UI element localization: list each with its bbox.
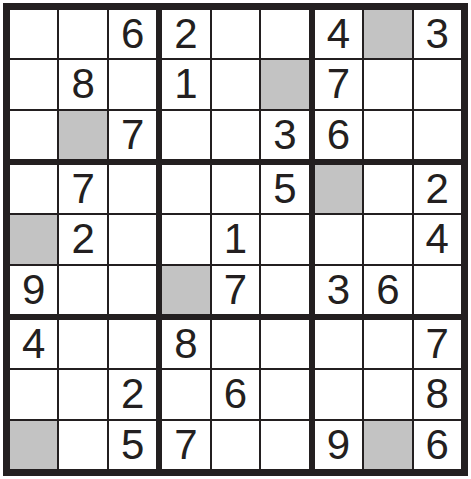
cell-r6c2[interactable] [59,266,106,314]
cell-r6c9[interactable] [414,266,461,314]
cell-r2c1[interactable] [10,60,57,108]
cell-r1c1[interactable] [10,10,57,58]
cell-r9c3[interactable]: 5 [109,421,156,469]
cell-r5c7[interactable] [315,215,362,263]
cell-r3c2-shaded[interactable] [59,111,106,159]
cell-r7c1[interactable]: 4 [10,320,57,368]
cell-r1c9[interactable]: 3 [414,10,461,58]
cell-r1c4[interactable]: 2 [162,10,209,58]
cell-r7c6[interactable] [261,320,308,368]
cell-r6c8[interactable]: 6 [364,266,411,314]
cell-r9c4[interactable]: 7 [162,421,209,469]
cell-r4c1[interactable] [10,165,57,213]
cell-r4c6[interactable]: 5 [261,165,308,213]
cell-r8c6[interactable] [261,370,308,418]
cell-r7c4[interactable]: 8 [162,320,209,368]
cell-r2c8[interactable] [364,60,411,108]
cell-r5c5[interactable]: 1 [212,215,259,263]
cell-r9c7[interactable]: 9 [315,421,362,469]
cell-r5c8[interactable] [364,215,411,263]
cell-r4c4[interactable] [162,165,209,213]
cell-r2c2[interactable]: 8 [59,60,106,108]
cell-r9c1-shaded[interactable] [10,421,57,469]
cell-r4c3[interactable] [109,165,156,213]
cell-r7c9[interactable]: 7 [414,320,461,368]
cell-r2c9[interactable] [414,60,461,108]
cell-r8c5[interactable]: 6 [212,370,259,418]
cell-r3c9[interactable] [414,111,461,159]
cell-r8c3[interactable]: 2 [109,370,156,418]
cell-r5c1-shaded[interactable] [10,215,57,263]
cell-r9c6[interactable] [261,421,308,469]
sudoku-board: 624381773675221497364872685796 [3,3,468,476]
cell-r7c3[interactable] [109,320,156,368]
cell-r7c8[interactable] [364,320,411,368]
cell-r6c7[interactable]: 3 [315,266,362,314]
cell-r3c5[interactable] [212,111,259,159]
cell-r8c7[interactable] [315,370,362,418]
cell-r6c5[interactable]: 7 [212,266,259,314]
cell-r4c2[interactable]: 7 [59,165,106,213]
cell-r7c5[interactable] [212,320,259,368]
cell-r8c8[interactable] [364,370,411,418]
cell-r6c3[interactable] [109,266,156,314]
cell-r1c7[interactable]: 4 [315,10,362,58]
cell-r6c4-shaded[interactable] [162,266,209,314]
cell-r5c2[interactable]: 2 [59,215,106,263]
cell-r3c1[interactable] [10,111,57,159]
cell-r2c3[interactable] [109,60,156,108]
cell-r3c3[interactable]: 7 [109,111,156,159]
cell-r7c7[interactable] [315,320,362,368]
sudoku-page: 624381773675221497364872685796 [0,0,471,479]
cell-r3c8[interactable] [364,111,411,159]
cell-r6c6[interactable] [261,266,308,314]
cell-r7c2[interactable] [59,320,106,368]
cell-r2c7[interactable]: 7 [315,60,362,108]
cell-r5c4[interactable] [162,215,209,263]
cell-r5c6[interactable] [261,215,308,263]
cell-r4c7-shaded[interactable] [315,165,362,213]
cell-r3c6[interactable]: 3 [261,111,308,159]
cell-r1c5[interactable] [212,10,259,58]
cell-r9c5[interactable] [212,421,259,469]
cell-r5c9[interactable]: 4 [414,215,461,263]
cell-r4c8[interactable] [364,165,411,213]
cell-r6c1[interactable]: 9 [10,266,57,314]
cell-r8c1[interactable] [10,370,57,418]
cell-r4c9[interactable]: 2 [414,165,461,213]
cell-r1c2[interactable] [59,10,106,58]
cell-r1c6[interactable] [261,10,308,58]
cell-r2c4[interactable]: 1 [162,60,209,108]
cell-r3c7[interactable]: 6 [315,111,362,159]
cell-r9c8-shaded[interactable] [364,421,411,469]
cell-r9c2[interactable] [59,421,106,469]
cell-r8c2[interactable] [59,370,106,418]
cell-r1c3[interactable]: 6 [109,10,156,58]
cell-r8c4[interactable] [162,370,209,418]
cell-r8c9[interactable]: 8 [414,370,461,418]
cell-r2c6-shaded[interactable] [261,60,308,108]
cell-r2c5[interactable] [212,60,259,108]
cell-r5c3[interactable] [109,215,156,263]
cell-r3c4[interactable] [162,111,209,159]
cell-r1c8-shaded[interactable] [364,10,411,58]
cell-r4c5[interactable] [212,165,259,213]
cell-r9c9[interactable]: 6 [414,421,461,469]
